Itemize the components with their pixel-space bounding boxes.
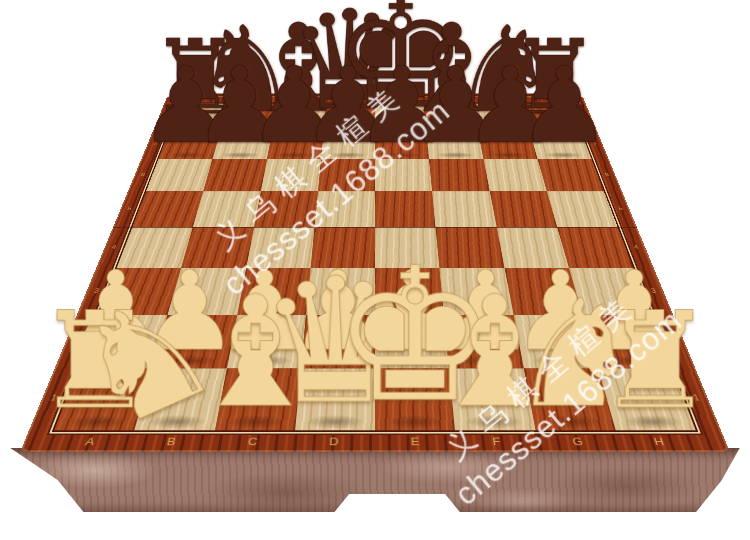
piece-shadow (228, 124, 266, 129)
piece-shadow (311, 355, 364, 366)
piece-shadow (465, 415, 524, 428)
piece-shadow (543, 152, 584, 158)
square-d4 (310, 227, 375, 268)
square-h6 (537, 159, 604, 191)
square-d1: ♛ (295, 368, 375, 430)
square-b3 (168, 268, 246, 315)
square-b8: ♞ (221, 104, 277, 130)
file-label-e: E (375, 434, 457, 449)
square-h4 (557, 227, 633, 268)
piece-shadow (436, 152, 476, 158)
square-c6 (261, 159, 321, 191)
square-h8: ♜ (522, 104, 581, 130)
square-d6 (318, 159, 375, 191)
piece-shadow (385, 355, 438, 366)
square-e3 (375, 268, 444, 315)
file-label-d: D (293, 434, 375, 449)
file-label-f: F (456, 434, 539, 449)
piece-shadow (382, 152, 421, 158)
product-photo: ♜♞♝♛♚♝♞♜♟♟♟♟♟♟♟♟♟♟♟♟♟♟♟♟♜♞♝♛♚♝♞♜ ABCDEFG… (0, 0, 750, 540)
piece-shadow (220, 152, 260, 158)
board-far-edge (170, 93, 581, 96)
square-e7: ♟ (375, 130, 429, 159)
square-a8: ♜ (170, 104, 229, 130)
square-c8: ♝ (272, 104, 326, 130)
square-e1: ♚ (375, 368, 455, 430)
square-g6 (483, 159, 546, 191)
square-f1: ♝ (449, 368, 535, 430)
square-f7: ♟ (426, 130, 483, 159)
piece-shadow (604, 355, 661, 366)
square-c2: ♟ (227, 315, 306, 368)
piece-shadow (458, 355, 513, 366)
piece-shadow (177, 124, 216, 129)
board-frame: ♜♞♝♛♚♝♞♜♟♟♟♟♟♟♟♟♟♟♟♟♟♟♟♟♜♞♝♛♚♝♞♜ ABCDEFG… (20, 96, 730, 452)
square-f2: ♟ (444, 315, 523, 368)
piece-shadow (89, 355, 146, 366)
square-g8: ♞ (473, 104, 529, 130)
square-h3 (569, 268, 651, 315)
square-g5 (489, 191, 557, 227)
square-c1: ♝ (215, 368, 301, 430)
piece-shadow (433, 124, 471, 129)
square-b6 (203, 159, 266, 191)
square-c4 (246, 227, 315, 268)
piece-shadow (534, 124, 573, 129)
piece-shadow (166, 152, 207, 158)
file-label-c: C (211, 434, 294, 449)
piece-shadow (306, 415, 364, 428)
square-d2: ♟ (301, 315, 375, 368)
square-d5 (314, 191, 375, 227)
file-label-g: G (536, 434, 621, 449)
piece-shadow (622, 415, 684, 428)
piece-shadow (382, 124, 419, 129)
square-e4 (375, 227, 440, 268)
square-f8: ♝ (424, 104, 478, 130)
piece-shadow (163, 355, 219, 366)
file-label-h: H (617, 434, 703, 449)
square-e8: ♚ (375, 104, 426, 130)
chess-board: ♜♞♝♛♚♝♞♜♟♟♟♟♟♟♟♟♟♟♟♟♟♟♟♟♜♞♝♛♚♝♞♜ ABCDEFG… (20, 96, 730, 452)
square-d8: ♛ (324, 104, 375, 130)
square-b7: ♟ (213, 130, 273, 159)
square-d3 (306, 268, 375, 315)
piece-shadow (484, 124, 522, 129)
square-a2: ♟ (78, 315, 168, 368)
piece-shadow (531, 355, 587, 366)
piece-shadow (280, 124, 318, 129)
square-d7: ♟ (321, 130, 375, 159)
square-a4 (117, 227, 193, 268)
square-g7: ♟ (478, 130, 538, 159)
board-base (6, 448, 744, 512)
square-e5 (375, 191, 436, 227)
square-c3 (237, 268, 311, 315)
file-labels: ABCDEFGH (47, 434, 703, 449)
piece-shadow (329, 152, 368, 158)
square-a6 (146, 159, 213, 191)
square-b4 (181, 227, 253, 268)
square-b2: ♟ (152, 315, 236, 368)
piece-shadow (237, 355, 292, 366)
square-c7: ♟ (267, 130, 324, 159)
piece-shadow (274, 152, 314, 158)
square-c5 (254, 191, 318, 227)
square-e6 (375, 159, 432, 191)
piece-shadow (386, 415, 444, 428)
square-f4 (436, 227, 505, 268)
square-h7: ♟ (529, 130, 591, 159)
file-label-b: B (129, 434, 214, 449)
file-label-a: A (47, 434, 133, 449)
square-f6 (429, 159, 489, 191)
square-h5 (547, 191, 618, 227)
square-g2: ♟ (513, 315, 597, 368)
square-f5 (432, 191, 496, 227)
square-b1: ♞ (135, 368, 227, 430)
square-a5 (132, 191, 203, 227)
square-a7: ♟ (158, 130, 220, 159)
square-b5 (193, 191, 261, 227)
piece-shadow (226, 415, 285, 428)
square-g1: ♞ (523, 368, 615, 430)
piece-shadow (331, 124, 368, 129)
piece-shadow (66, 415, 128, 428)
piece-shadow (146, 415, 206, 428)
square-f3 (440, 268, 514, 315)
square-e2: ♟ (375, 315, 449, 368)
piece-shadow (489, 152, 529, 158)
piece-shadow (543, 415, 603, 428)
